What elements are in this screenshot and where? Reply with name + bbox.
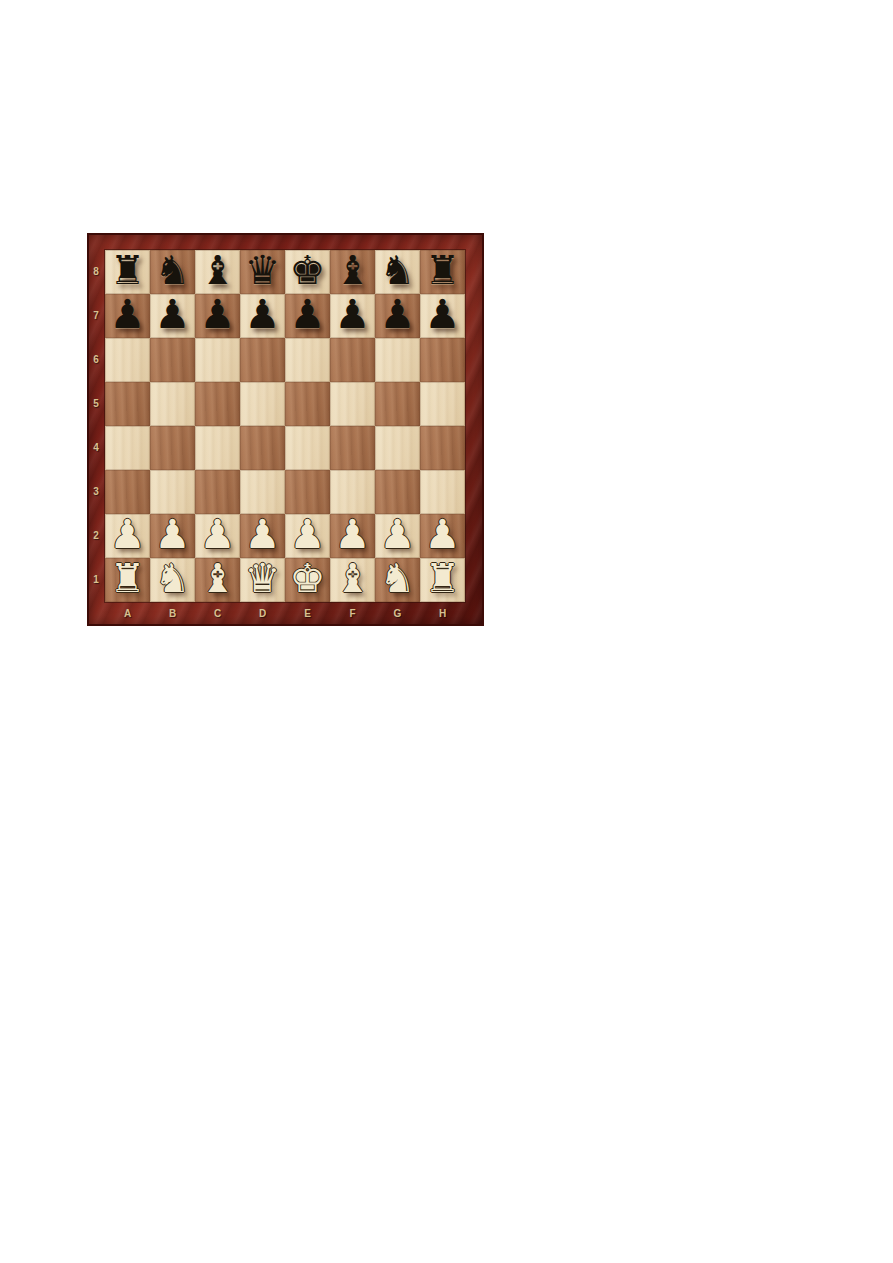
file-label-e: E [285, 602, 330, 626]
file-label-b: B [150, 602, 195, 626]
piece-white-knight-b1: ♞ [150, 555, 195, 599]
page-background: 87654321 ♜♞♝♛♚♝♞♜♟♟♟♟♟♟♟♟♟♟♟♟♟♟♟♟♜♞♝♛♚♝♞… [0, 0, 893, 1263]
file-label-h: H [420, 602, 465, 626]
square-c2[interactable]: ♟ [195, 514, 240, 558]
square-e6[interactable] [285, 338, 330, 382]
square-f1[interactable]: ♝ [330, 558, 375, 602]
square-e1[interactable]: ♚ [285, 558, 330, 602]
piece-black-bishop-f8: ♝ [330, 247, 375, 291]
square-g4[interactable] [375, 426, 420, 470]
piece-black-knight-b8: ♞ [150, 247, 195, 291]
rank-label-8: 8 [87, 250, 105, 294]
square-e2[interactable]: ♟ [285, 514, 330, 558]
piece-black-knight-g8: ♞ [375, 247, 420, 291]
piece-white-pawn-b2: ♟ [150, 511, 195, 555]
piece-white-pawn-c2: ♟ [195, 511, 240, 555]
rank-label-1: 1 [87, 558, 105, 602]
square-a6[interactable] [105, 338, 150, 382]
piece-black-pawn-d7: ♟ [240, 291, 285, 335]
square-g3[interactable] [375, 470, 420, 514]
square-b7[interactable]: ♟ [150, 294, 195, 338]
file-label-d: D [240, 602, 285, 626]
square-h8[interactable]: ♜ [420, 250, 465, 294]
piece-white-rook-a1: ♜ [105, 555, 150, 599]
square-f7[interactable]: ♟ [330, 294, 375, 338]
square-e8[interactable]: ♚ [285, 250, 330, 294]
square-f4[interactable] [330, 426, 375, 470]
rank-label-5: 5 [87, 382, 105, 426]
rank-label-6: 6 [87, 338, 105, 382]
piece-black-rook-a8: ♜ [105, 247, 150, 291]
square-d1[interactable]: ♛ [240, 558, 285, 602]
square-g5[interactable] [375, 382, 420, 426]
piece-white-bishop-c1: ♝ [195, 555, 240, 599]
piece-white-rook-h1: ♜ [420, 555, 465, 599]
piece-black-pawn-g7: ♟ [375, 291, 420, 335]
square-c4[interactable] [195, 426, 240, 470]
piece-black-pawn-h7: ♟ [420, 291, 465, 335]
square-f2[interactable]: ♟ [330, 514, 375, 558]
piece-white-pawn-h2: ♟ [420, 511, 465, 555]
square-b5[interactable] [150, 382, 195, 426]
piece-black-bishop-c8: ♝ [195, 247, 240, 291]
piece-black-pawn-f7: ♟ [330, 291, 375, 335]
square-h7[interactable]: ♟ [420, 294, 465, 338]
piece-black-pawn-e7: ♟ [285, 291, 330, 335]
square-f5[interactable] [330, 382, 375, 426]
square-b6[interactable] [150, 338, 195, 382]
square-d4[interactable] [240, 426, 285, 470]
square-e7[interactable]: ♟ [285, 294, 330, 338]
square-a1[interactable]: ♜ [105, 558, 150, 602]
square-d5[interactable] [240, 382, 285, 426]
piece-white-pawn-f2: ♟ [330, 511, 375, 555]
square-g2[interactable]: ♟ [375, 514, 420, 558]
square-a4[interactable] [105, 426, 150, 470]
square-b1[interactable]: ♞ [150, 558, 195, 602]
square-d6[interactable] [240, 338, 285, 382]
piece-black-king-e8: ♚ [285, 247, 330, 291]
piece-black-pawn-a7: ♟ [105, 291, 150, 335]
square-e4[interactable] [285, 426, 330, 470]
board-squares: ♜♞♝♛♚♝♞♜♟♟♟♟♟♟♟♟♟♟♟♟♟♟♟♟♜♞♝♛♚♝♞♜ [105, 250, 465, 602]
square-d8[interactable]: ♛ [240, 250, 285, 294]
rank-label-3: 3 [87, 470, 105, 514]
square-c8[interactable]: ♝ [195, 250, 240, 294]
square-d2[interactable]: ♟ [240, 514, 285, 558]
square-b3[interactable] [150, 470, 195, 514]
rank-label-4: 4 [87, 426, 105, 470]
square-h4[interactable] [420, 426, 465, 470]
square-c7[interactable]: ♟ [195, 294, 240, 338]
square-a7[interactable]: ♟ [105, 294, 150, 338]
square-c5[interactable] [195, 382, 240, 426]
square-h2[interactable]: ♟ [420, 514, 465, 558]
square-g8[interactable]: ♞ [375, 250, 420, 294]
piece-white-king-e1: ♚ [285, 555, 330, 599]
square-a3[interactable] [105, 470, 150, 514]
rank-label-2: 2 [87, 514, 105, 558]
square-f3[interactable] [330, 470, 375, 514]
file-label-c: C [195, 602, 240, 626]
file-label-g: G [375, 602, 420, 626]
piece-white-queen-d1: ♛ [240, 555, 285, 599]
square-a8[interactable]: ♜ [105, 250, 150, 294]
square-c3[interactable] [195, 470, 240, 514]
square-h5[interactable] [420, 382, 465, 426]
square-b2[interactable]: ♟ [150, 514, 195, 558]
square-e5[interactable] [285, 382, 330, 426]
file-label-f: F [330, 602, 375, 626]
piece-white-pawn-d2: ♟ [240, 511, 285, 555]
piece-white-knight-g1: ♞ [375, 555, 420, 599]
piece-black-rook-h8: ♜ [420, 247, 465, 291]
square-d3[interactable] [240, 470, 285, 514]
square-b8[interactable]: ♞ [150, 250, 195, 294]
piece-white-pawn-g2: ♟ [375, 511, 420, 555]
square-b4[interactable] [150, 426, 195, 470]
square-h3[interactable] [420, 470, 465, 514]
rank-label-7: 7 [87, 294, 105, 338]
square-d7[interactable]: ♟ [240, 294, 285, 338]
piece-black-queen-d8: ♛ [240, 247, 285, 291]
square-e3[interactable] [285, 470, 330, 514]
file-labels: ABCDEFGH [105, 602, 465, 626]
square-g1[interactable]: ♞ [375, 558, 420, 602]
square-c6[interactable] [195, 338, 240, 382]
piece-black-pawn-c7: ♟ [195, 291, 240, 335]
square-a2[interactable]: ♟ [105, 514, 150, 558]
square-h6[interactable] [420, 338, 465, 382]
square-g7[interactable]: ♟ [375, 294, 420, 338]
square-g6[interactable] [375, 338, 420, 382]
chess-board: 87654321 ♜♞♝♛♚♝♞♜♟♟♟♟♟♟♟♟♟♟♟♟♟♟♟♟♜♞♝♛♚♝♞… [87, 233, 484, 626]
square-c1[interactable]: ♝ [195, 558, 240, 602]
square-f6[interactable] [330, 338, 375, 382]
rank-labels: 87654321 [87, 250, 105, 602]
square-h1[interactable]: ♜ [420, 558, 465, 602]
square-a5[interactable] [105, 382, 150, 426]
piece-white-pawn-a2: ♟ [105, 511, 150, 555]
piece-black-pawn-b7: ♟ [150, 291, 195, 335]
piece-white-bishop-f1: ♝ [330, 555, 375, 599]
square-f8[interactable]: ♝ [330, 250, 375, 294]
piece-white-pawn-e2: ♟ [285, 511, 330, 555]
file-label-a: A [105, 602, 150, 626]
